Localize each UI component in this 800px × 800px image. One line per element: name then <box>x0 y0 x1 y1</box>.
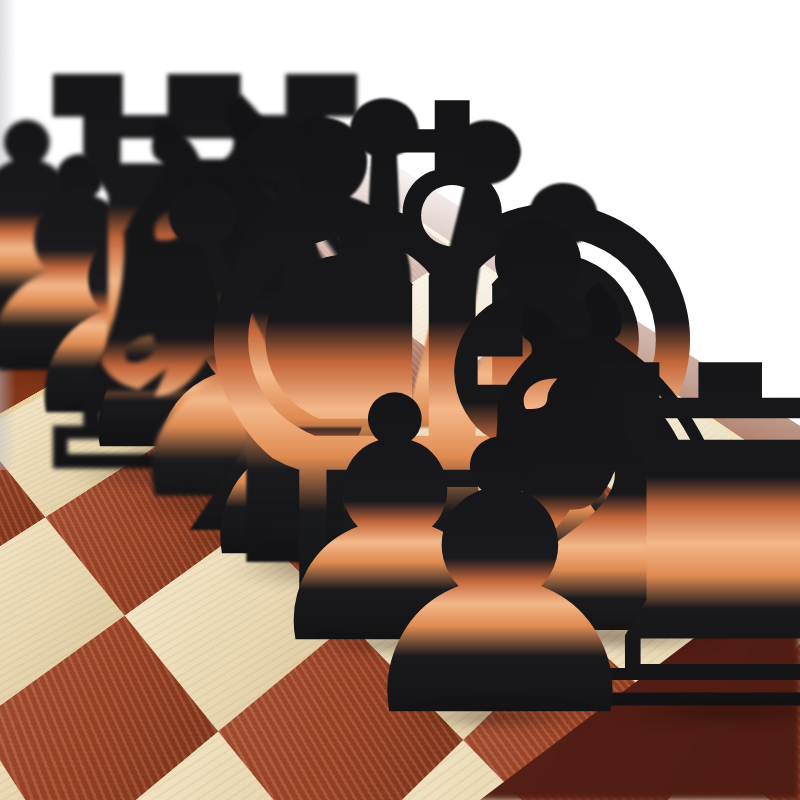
piece-pawn-h2[interactable]: ♟ <box>331 393 668 769</box>
chess-photo-scene: ♜♞♝♛♚♝♞♜♟♟♟♟♟♟♟♟ <box>0 0 800 800</box>
pieces-layer: ♜♞♝♛♚♝♞♜♟♟♟♟♟♟♟♟ <box>0 0 800 800</box>
